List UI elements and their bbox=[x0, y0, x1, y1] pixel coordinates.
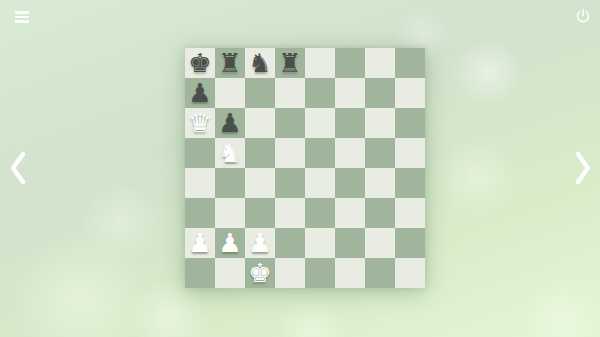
square-e8[interactable] bbox=[305, 48, 335, 78]
square-b1[interactable] bbox=[215, 258, 245, 288]
square-e3[interactable] bbox=[305, 198, 335, 228]
square-d2[interactable] bbox=[275, 228, 305, 258]
square-c2[interactable]: ♟ bbox=[245, 228, 275, 258]
square-g1[interactable] bbox=[365, 258, 395, 288]
square-f6[interactable] bbox=[335, 108, 365, 138]
power-icon bbox=[575, 8, 591, 24]
square-e6[interactable] bbox=[305, 108, 335, 138]
square-c6[interactable] bbox=[245, 108, 275, 138]
chess-board: ♚♜♞♜♟♛♟♞♟♟♟♚ bbox=[185, 48, 425, 288]
app-window: ♚♜♞♜♟♛♟♞♟♟♟♚ bbox=[0, 0, 600, 337]
square-g6[interactable] bbox=[365, 108, 395, 138]
square-h3[interactable] bbox=[395, 198, 425, 228]
square-e5[interactable] bbox=[305, 138, 335, 168]
square-d4[interactable] bbox=[275, 168, 305, 198]
square-b8[interactable]: ♜ bbox=[215, 48, 245, 78]
square-c1[interactable]: ♚ bbox=[245, 258, 275, 288]
square-b2[interactable]: ♟ bbox=[215, 228, 245, 258]
white-queen[interactable]: ♛ bbox=[185, 108, 215, 138]
previous-puzzle-button[interactable] bbox=[8, 150, 28, 186]
square-f8[interactable] bbox=[335, 48, 365, 78]
square-h1[interactable] bbox=[395, 258, 425, 288]
next-puzzle-button[interactable] bbox=[573, 150, 593, 186]
square-a4[interactable] bbox=[185, 168, 215, 198]
square-g2[interactable] bbox=[365, 228, 395, 258]
square-g5[interactable] bbox=[365, 138, 395, 168]
hamburger-icon bbox=[15, 11, 29, 14]
square-h2[interactable] bbox=[395, 228, 425, 258]
square-d3[interactable] bbox=[275, 198, 305, 228]
square-f2[interactable] bbox=[335, 228, 365, 258]
square-e7[interactable] bbox=[305, 78, 335, 108]
square-d7[interactable] bbox=[275, 78, 305, 108]
square-a6[interactable]: ♛ bbox=[185, 108, 215, 138]
square-b7[interactable] bbox=[215, 78, 245, 108]
square-d8[interactable]: ♜ bbox=[275, 48, 305, 78]
square-b4[interactable] bbox=[215, 168, 245, 198]
square-f1[interactable] bbox=[335, 258, 365, 288]
black-pawn[interactable]: ♟ bbox=[185, 78, 215, 108]
square-f4[interactable] bbox=[335, 168, 365, 198]
black-pawn[interactable]: ♟ bbox=[215, 108, 245, 138]
square-e4[interactable] bbox=[305, 168, 335, 198]
square-h4[interactable] bbox=[395, 168, 425, 198]
square-d5[interactable] bbox=[275, 138, 305, 168]
white-pawn[interactable]: ♟ bbox=[245, 228, 275, 258]
square-c4[interactable] bbox=[245, 168, 275, 198]
black-king[interactable]: ♚ bbox=[185, 48, 215, 78]
square-b3[interactable] bbox=[215, 198, 245, 228]
square-g7[interactable] bbox=[365, 78, 395, 108]
white-pawn[interactable]: ♟ bbox=[215, 228, 245, 258]
square-f5[interactable] bbox=[335, 138, 365, 168]
power-button[interactable] bbox=[575, 8, 591, 24]
square-a1[interactable] bbox=[185, 258, 215, 288]
square-c5[interactable] bbox=[245, 138, 275, 168]
menu-button[interactable] bbox=[15, 11, 30, 23]
square-c7[interactable] bbox=[245, 78, 275, 108]
square-h8[interactable] bbox=[395, 48, 425, 78]
square-b5[interactable]: ♞ bbox=[215, 138, 245, 168]
square-e1[interactable] bbox=[305, 258, 335, 288]
square-c3[interactable] bbox=[245, 198, 275, 228]
square-f3[interactable] bbox=[335, 198, 365, 228]
square-a5[interactable] bbox=[185, 138, 215, 168]
square-d1[interactable] bbox=[275, 258, 305, 288]
square-g4[interactable] bbox=[365, 168, 395, 198]
square-h5[interactable] bbox=[395, 138, 425, 168]
chevron-left-icon bbox=[8, 150, 28, 186]
black-rook[interactable]: ♜ bbox=[275, 48, 305, 78]
white-pawn[interactable]: ♟ bbox=[185, 228, 215, 258]
white-king[interactable]: ♚ bbox=[245, 258, 275, 288]
square-f7[interactable] bbox=[335, 78, 365, 108]
square-e2[interactable] bbox=[305, 228, 335, 258]
square-d6[interactable] bbox=[275, 108, 305, 138]
square-a2[interactable]: ♟ bbox=[185, 228, 215, 258]
black-rook[interactable]: ♜ bbox=[215, 48, 245, 78]
square-g3[interactable] bbox=[365, 198, 395, 228]
black-knight[interactable]: ♞ bbox=[245, 48, 275, 78]
square-a7[interactable]: ♟ bbox=[185, 78, 215, 108]
square-a8[interactable]: ♚ bbox=[185, 48, 215, 78]
chevron-right-icon bbox=[573, 150, 593, 186]
square-h7[interactable] bbox=[395, 78, 425, 108]
square-g8[interactable] bbox=[365, 48, 395, 78]
square-b6[interactable]: ♟ bbox=[215, 108, 245, 138]
square-a3[interactable] bbox=[185, 198, 215, 228]
white-knight[interactable]: ♞ bbox=[215, 138, 245, 168]
square-h6[interactable] bbox=[395, 108, 425, 138]
square-c8[interactable]: ♞ bbox=[245, 48, 275, 78]
